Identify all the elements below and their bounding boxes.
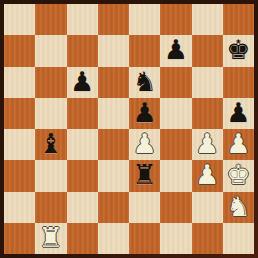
piece-white-pawn-h4[interactable]: ♟ <box>226 130 250 157</box>
square-h8[interactable] <box>223 4 254 35</box>
square-e7[interactable] <box>129 35 160 66</box>
square-g3[interactable]: ♟ <box>192 160 223 191</box>
piece-black-king-h7[interactable]: ♚ <box>226 36 250 63</box>
square-f3[interactable] <box>160 160 191 191</box>
square-b3[interactable] <box>35 160 66 191</box>
square-d5[interactable] <box>98 98 129 129</box>
square-f7[interactable]: ♟ <box>160 35 191 66</box>
piece-black-pawn-h5[interactable]: ♟ <box>226 99 250 126</box>
square-g1[interactable] <box>192 223 223 254</box>
square-b2[interactable] <box>35 192 66 223</box>
square-f8[interactable] <box>160 4 191 35</box>
square-f1[interactable] <box>160 223 191 254</box>
square-a3[interactable] <box>4 160 35 191</box>
square-c5[interactable] <box>67 98 98 129</box>
square-a8[interactable] <box>4 4 35 35</box>
square-d3[interactable] <box>98 160 129 191</box>
chess-board-frame: ♟♚♟♞♟♟♝♟♟♟♜♟♚♞♜ <box>0 0 258 258</box>
square-c4[interactable] <box>67 129 98 160</box>
square-e5[interactable]: ♟ <box>129 98 160 129</box>
square-a6[interactable] <box>4 67 35 98</box>
square-d1[interactable] <box>98 223 129 254</box>
square-h4[interactable]: ♟ <box>223 129 254 160</box>
square-e4[interactable]: ♟ <box>129 129 160 160</box>
square-c6[interactable]: ♟ <box>67 67 98 98</box>
square-b5[interactable] <box>35 98 66 129</box>
square-h2[interactable]: ♞ <box>223 192 254 223</box>
square-b6[interactable] <box>35 67 66 98</box>
square-b8[interactable] <box>35 4 66 35</box>
square-d4[interactable] <box>98 129 129 160</box>
square-f6[interactable] <box>160 67 191 98</box>
square-h7[interactable]: ♚ <box>223 35 254 66</box>
square-a2[interactable] <box>4 192 35 223</box>
square-g5[interactable] <box>192 98 223 129</box>
piece-white-rook-b1[interactable]: ♜ <box>39 224 63 251</box>
square-d2[interactable] <box>98 192 129 223</box>
square-g6[interactable] <box>192 67 223 98</box>
piece-white-pawn-g3[interactable]: ♟ <box>195 161 219 188</box>
square-c2[interactable] <box>67 192 98 223</box>
square-e2[interactable] <box>129 192 160 223</box>
piece-white-pawn-g4[interactable]: ♟ <box>195 130 219 157</box>
square-g4[interactable]: ♟ <box>192 129 223 160</box>
square-a1[interactable] <box>4 223 35 254</box>
square-f5[interactable] <box>160 98 191 129</box>
square-f2[interactable] <box>160 192 191 223</box>
square-d6[interactable] <box>98 67 129 98</box>
square-a4[interactable] <box>4 129 35 160</box>
square-h3[interactable]: ♚ <box>223 160 254 191</box>
piece-black-pawn-f7[interactable]: ♟ <box>164 36 188 63</box>
piece-white-knight-h2[interactable]: ♞ <box>226 193 250 220</box>
piece-black-pawn-e5[interactable]: ♟ <box>133 99 157 126</box>
square-b1[interactable]: ♜ <box>35 223 66 254</box>
piece-black-knight-e6[interactable]: ♞ <box>133 68 157 95</box>
square-b7[interactable] <box>35 35 66 66</box>
square-g2[interactable] <box>192 192 223 223</box>
square-c8[interactable] <box>67 4 98 35</box>
square-c1[interactable] <box>67 223 98 254</box>
square-c7[interactable] <box>67 35 98 66</box>
square-g7[interactable] <box>192 35 223 66</box>
square-f4[interactable] <box>160 129 191 160</box>
square-h6[interactable] <box>223 67 254 98</box>
piece-white-pawn-e4[interactable]: ♟ <box>133 130 157 157</box>
square-c3[interactable] <box>67 160 98 191</box>
square-e1[interactable] <box>129 223 160 254</box>
square-h5[interactable]: ♟ <box>223 98 254 129</box>
square-h1[interactable] <box>223 223 254 254</box>
square-a5[interactable] <box>4 98 35 129</box>
square-b4[interactable]: ♝ <box>35 129 66 160</box>
chess-board: ♟♚♟♞♟♟♝♟♟♟♜♟♚♞♜ <box>4 4 254 254</box>
square-d7[interactable] <box>98 35 129 66</box>
square-e8[interactable] <box>129 4 160 35</box>
piece-black-rook-e3[interactable]: ♜ <box>133 161 157 188</box>
square-e6[interactable]: ♞ <box>129 67 160 98</box>
square-d8[interactable] <box>98 4 129 35</box>
square-e3[interactable]: ♜ <box>129 160 160 191</box>
square-g8[interactable] <box>192 4 223 35</box>
piece-black-bishop-b4[interactable]: ♝ <box>39 130 63 157</box>
piece-black-pawn-c6[interactable]: ♟ <box>70 68 94 95</box>
piece-white-king-h3[interactable]: ♚ <box>226 161 250 188</box>
square-a7[interactable] <box>4 35 35 66</box>
